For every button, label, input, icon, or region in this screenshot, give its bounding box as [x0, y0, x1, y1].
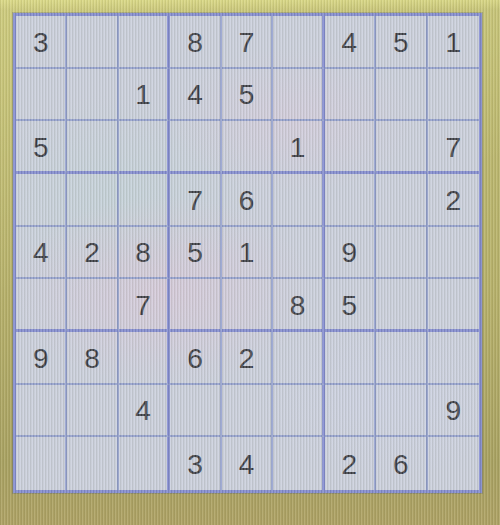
cell-r4c1[interactable]: [16, 174, 67, 227]
cell-r2c9[interactable]: [428, 69, 479, 122]
cell-r6c8[interactable]: [376, 279, 427, 332]
cell-r3c3[interactable]: [119, 121, 170, 174]
given-digit: 8: [187, 29, 203, 57]
cell-r7c1[interactable]: 9: [16, 332, 67, 385]
cell-r3c4[interactable]: [170, 121, 221, 174]
cell-r1c7[interactable]: 4: [325, 16, 376, 69]
given-digit: 6: [187, 345, 203, 373]
cell-r7c4[interactable]: 6: [170, 332, 221, 385]
cell-r6c4[interactable]: [170, 279, 221, 332]
cell-r8c2[interactable]: [67, 385, 118, 438]
given-digit: 7: [187, 187, 203, 215]
given-digit: 5: [342, 292, 358, 320]
cell-r4c9[interactable]: 2: [428, 174, 479, 227]
given-digit: 1: [445, 29, 461, 57]
cell-r4c3[interactable]: [119, 174, 170, 227]
cell-r1c5[interactable]: 7: [222, 16, 273, 69]
given-digit: 4: [135, 397, 151, 425]
given-digit: 7: [239, 29, 255, 57]
given-digit: 5: [239, 81, 255, 109]
given-digit: 1: [239, 239, 255, 267]
cell-r8c9[interactable]: 9: [428, 385, 479, 438]
cell-r6c2[interactable]: [67, 279, 118, 332]
cell-r4c4[interactable]: 7: [170, 174, 221, 227]
given-digit: 8: [84, 345, 100, 373]
given-digit: 3: [33, 29, 49, 57]
cell-r9c9[interactable]: [428, 437, 479, 490]
cell-r8c7[interactable]: [325, 385, 376, 438]
cell-r8c8[interactable]: [376, 385, 427, 438]
given-digit: 7: [135, 292, 151, 320]
cell-r5c8[interactable]: [376, 227, 427, 280]
cell-r9c1[interactable]: [16, 437, 67, 490]
cell-r8c3[interactable]: 4: [119, 385, 170, 438]
cell-r9c6[interactable]: [273, 437, 324, 490]
cell-r5c5[interactable]: 1: [222, 227, 273, 280]
given-digit: 8: [135, 239, 151, 267]
cell-r6c7[interactable]: 5: [325, 279, 376, 332]
cell-r1c4[interactable]: 8: [170, 16, 221, 69]
given-digit: 4: [239, 451, 255, 479]
cell-r9c7[interactable]: 2: [325, 437, 376, 490]
cell-r1c2[interactable]: [67, 16, 118, 69]
given-digit: 2: [445, 187, 461, 215]
given-digit: 5: [33, 134, 49, 162]
cell-r1c9[interactable]: 1: [428, 16, 479, 69]
given-digit: 4: [342, 29, 358, 57]
cell-r9c8[interactable]: 6: [376, 437, 427, 490]
given-digit: 2: [84, 239, 100, 267]
cell-r8c5[interactable]: [222, 385, 273, 438]
given-digit: 9: [342, 239, 358, 267]
cell-r3c7[interactable]: [325, 121, 376, 174]
cell-r2c8[interactable]: [376, 69, 427, 122]
cell-r4c6[interactable]: [273, 174, 324, 227]
cell-r3c6[interactable]: 1: [273, 121, 324, 174]
given-digit: 2: [342, 451, 358, 479]
cell-r1c8[interactable]: 5: [376, 16, 427, 69]
cell-r5c9[interactable]: [428, 227, 479, 280]
cell-r2c4[interactable]: 4: [170, 69, 221, 122]
cell-r4c7[interactable]: [325, 174, 376, 227]
cell-r5c2[interactable]: 2: [67, 227, 118, 280]
cell-r1c1[interactable]: 3: [16, 16, 67, 69]
photo-background: 3874511455177624285197859862493426: [0, 0, 500, 525]
given-digit: 9: [445, 397, 461, 425]
cell-r2c6[interactable]: [273, 69, 324, 122]
cell-r6c1[interactable]: [16, 279, 67, 332]
given-digit: 8: [290, 292, 306, 320]
cell-r4c2[interactable]: [67, 174, 118, 227]
cell-r7c2[interactable]: 8: [67, 332, 118, 385]
cell-r3c5[interactable]: [222, 121, 273, 174]
sudoku-board: 3874511455177624285197859862493426: [13, 13, 482, 493]
cell-r9c2[interactable]: [67, 437, 118, 490]
cell-r5c4[interactable]: 5: [170, 227, 221, 280]
cell-r1c3[interactable]: [119, 16, 170, 69]
given-digit: 4: [187, 81, 203, 109]
cell-r6c3[interactable]: 7: [119, 279, 170, 332]
cell-r3c8[interactable]: [376, 121, 427, 174]
cell-r7c3[interactable]: [119, 332, 170, 385]
cell-r9c4[interactable]: 3: [170, 437, 221, 490]
cell-r4c8[interactable]: [376, 174, 427, 227]
cell-r6c9[interactable]: [428, 279, 479, 332]
cell-r5c1[interactable]: 4: [16, 227, 67, 280]
cell-r7c7[interactable]: [325, 332, 376, 385]
given-digit: 2: [239, 345, 255, 373]
given-digit: 1: [290, 134, 306, 162]
cell-r2c7[interactable]: [325, 69, 376, 122]
cell-r2c5[interactable]: 5: [222, 69, 273, 122]
cell-r8c4[interactable]: [170, 385, 221, 438]
given-digit: 6: [239, 187, 255, 215]
cell-r9c3[interactable]: [119, 437, 170, 490]
cell-r5c7[interactable]: 9: [325, 227, 376, 280]
cell-r8c6[interactable]: [273, 385, 324, 438]
cell-r2c1[interactable]: [16, 69, 67, 122]
cell-r8c1[interactable]: [16, 385, 67, 438]
cell-r7c6[interactable]: [273, 332, 324, 385]
cell-r7c9[interactable]: [428, 332, 479, 385]
given-digit: 9: [33, 345, 49, 373]
cell-r4c5[interactable]: 6: [222, 174, 273, 227]
cell-r3c1[interactable]: 5: [16, 121, 67, 174]
given-digit: 5: [187, 239, 203, 267]
given-digit: 7: [445, 134, 461, 162]
cell-r9c5[interactable]: 4: [222, 437, 273, 490]
given-digit: 5: [393, 29, 409, 57]
cell-r2c2[interactable]: [67, 69, 118, 122]
cell-r7c8[interactable]: [376, 332, 427, 385]
cell-r6c6[interactable]: 8: [273, 279, 324, 332]
cell-r2c3[interactable]: 1: [119, 69, 170, 122]
cell-r1c6[interactable]: [273, 16, 324, 69]
cell-r6c5[interactable]: [222, 279, 273, 332]
cell-r3c9[interactable]: 7: [428, 121, 479, 174]
given-digit: 1: [135, 81, 151, 109]
given-digit: 3: [187, 451, 203, 479]
cell-r7c5[interactable]: 2: [222, 332, 273, 385]
cell-r3c2[interactable]: [67, 121, 118, 174]
given-digit: 6: [393, 451, 409, 479]
given-digit: 4: [33, 239, 49, 267]
cell-r5c6[interactable]: [273, 227, 324, 280]
cell-r5c3[interactable]: 8: [119, 227, 170, 280]
